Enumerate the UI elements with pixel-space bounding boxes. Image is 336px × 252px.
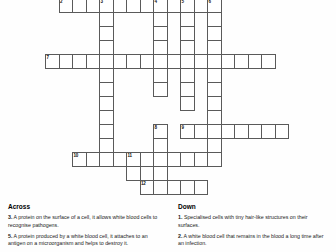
clue-number: 11 <box>128 153 132 158</box>
grid-cell[interactable] <box>207 26 222 41</box>
grid-cell[interactable] <box>180 26 195 41</box>
grid-cell[interactable] <box>207 152 222 167</box>
grid-cell[interactable] <box>140 152 155 167</box>
grid-cell[interactable] <box>99 82 114 97</box>
grid-cell[interactable] <box>153 166 168 181</box>
grid-cell[interactable] <box>99 138 114 153</box>
grid-cell[interactable] <box>86 54 101 69</box>
grid-cell[interactable]: 2 <box>59 0 74 13</box>
grid-cell[interactable] <box>248 124 263 139</box>
grid-cell[interactable] <box>207 82 222 97</box>
grid-cell[interactable] <box>153 138 168 153</box>
clue-item: 3. A protein on the surface of a cell, i… <box>8 214 166 229</box>
grid-cell[interactable]: 10 <box>72 152 87 167</box>
grid-cell[interactable] <box>207 110 222 125</box>
grid-cell[interactable] <box>59 54 74 69</box>
grid-cell[interactable] <box>207 138 222 153</box>
clue-number: 6 <box>209 0 211 4</box>
grid-cell[interactable] <box>180 82 195 97</box>
grid-cell[interactable] <box>207 54 222 69</box>
grid-cell[interactable] <box>248 54 263 69</box>
grid-cell[interactable] <box>72 0 87 13</box>
grid-cell[interactable] <box>126 166 141 181</box>
grid-cell[interactable] <box>234 124 249 139</box>
grid-cell[interactable] <box>261 124 276 139</box>
grid-cell[interactable] <box>167 152 182 167</box>
grid-cell[interactable] <box>221 54 236 69</box>
grid-cell[interactable] <box>194 0 209 13</box>
grid-cell[interactable] <box>99 124 114 139</box>
grid-cell[interactable] <box>207 68 222 83</box>
grid-cell[interactable] <box>180 180 195 195</box>
down-clues-column: Down 1. Specialised cells with tiny hair… <box>178 203 330 251</box>
grid-cell[interactable] <box>113 0 128 13</box>
grid-cell[interactable] <box>180 68 195 83</box>
grid-cell[interactable] <box>167 54 182 69</box>
grid-cell[interactable] <box>153 82 168 97</box>
grid-cell[interactable] <box>180 96 195 111</box>
grid-cell[interactable] <box>167 180 182 195</box>
grid-cell[interactable] <box>207 12 222 27</box>
grid-cell[interactable] <box>153 152 168 167</box>
grid-cell[interactable] <box>99 110 114 125</box>
grid-cell[interactable] <box>261 54 276 69</box>
grid-cell[interactable] <box>99 152 114 167</box>
grid-cell[interactable]: 11 <box>126 152 141 167</box>
grid-cell[interactable] <box>180 40 195 55</box>
grid-cell[interactable] <box>153 26 168 41</box>
grid-cell[interactable] <box>153 180 168 195</box>
clue-item: 2. A white blood cell that remains in th… <box>178 233 330 248</box>
grid-cell[interactable]: 12 <box>140 180 155 195</box>
grid-cell[interactable] <box>153 68 168 83</box>
grid-cell[interactable] <box>126 0 141 13</box>
grid-cell[interactable] <box>194 54 209 69</box>
clue-number: 2 <box>60 0 62 4</box>
clue-number: 8 <box>155 125 157 130</box>
clue-item: 1. Specialised cells with tiny hair-like… <box>178 214 330 229</box>
grid-cell[interactable] <box>153 12 168 27</box>
across-header: Across <box>8 203 166 210</box>
grid-cell[interactable] <box>275 124 290 139</box>
across-clues-column: Across 3. A protein on the surface of a … <box>8 203 166 251</box>
grid-cell[interactable] <box>86 0 101 13</box>
grid-cell[interactable] <box>113 152 128 167</box>
grid-cell[interactable] <box>72 54 87 69</box>
clue-number: 9 <box>182 125 184 130</box>
grid-cell[interactable] <box>99 12 114 27</box>
grid-cell[interactable] <box>99 68 114 83</box>
grid-cell[interactable]: 8 <box>153 124 168 139</box>
grid-cell[interactable] <box>99 26 114 41</box>
grid-cell[interactable] <box>153 54 168 69</box>
grid-cell[interactable] <box>221 124 236 139</box>
grid-cell[interactable] <box>180 152 195 167</box>
grid-cell[interactable] <box>194 152 209 167</box>
clue-number: 4 <box>155 0 157 4</box>
grid-cell[interactable] <box>194 180 209 195</box>
grid-cell[interactable]: 7 <box>45 54 60 69</box>
grid-cell[interactable] <box>207 40 222 55</box>
clue-number: 12 <box>141 181 145 186</box>
grid-cell[interactable] <box>207 124 222 139</box>
grid-cell[interactable] <box>126 54 141 69</box>
down-header: Down <box>178 203 330 210</box>
clue-item: 5. A protein produced by a white blood c… <box>8 233 166 248</box>
grid-cell[interactable] <box>113 54 128 69</box>
grid-cell[interactable] <box>234 54 249 69</box>
grid-cell[interactable] <box>140 0 155 13</box>
clue-number: 10 <box>74 153 78 158</box>
grid-cell[interactable] <box>99 40 114 55</box>
grid-cell[interactable] <box>99 96 114 111</box>
grid-cell[interactable] <box>167 0 182 13</box>
clue-number: 5 <box>182 0 184 4</box>
grid-cell[interactable] <box>194 124 209 139</box>
across-clue-list: 3. A protein on the surface of a cell, i… <box>8 214 166 248</box>
clue-number: 3 <box>101 0 103 4</box>
grid-cell[interactable] <box>180 54 195 69</box>
grid-cell[interactable] <box>140 54 155 69</box>
grid-cell[interactable] <box>180 12 195 27</box>
clue-number: 7 <box>47 55 49 60</box>
down-clue-list: 1. Specialised cells with tiny hair-like… <box>178 214 330 248</box>
grid-cell[interactable] <box>86 152 101 167</box>
grid-cell[interactable] <box>207 96 222 111</box>
grid-cell[interactable] <box>99 54 114 69</box>
grid-cell[interactable]: 9 <box>180 124 195 139</box>
grid-cell[interactable] <box>153 40 168 55</box>
